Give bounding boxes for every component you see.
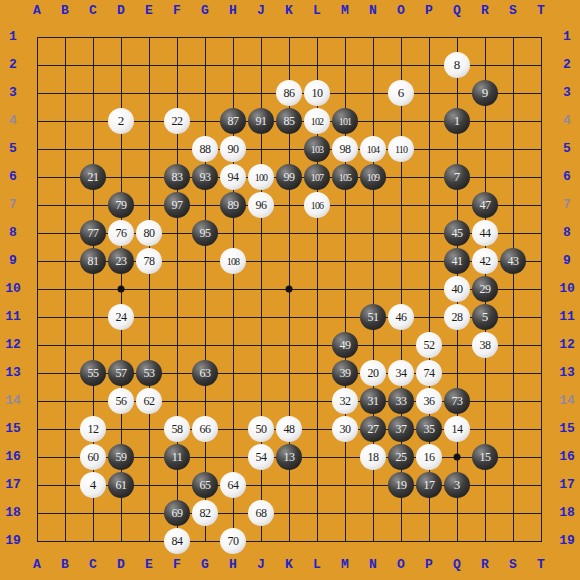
- stone-black-17-P17[interactable]: 17: [416, 472, 442, 498]
- column-label-top-T: T: [529, 3, 553, 19]
- stone-black-107-L6[interactable]: 107: [304, 164, 330, 190]
- column-label-bottom-M: M: [333, 557, 357, 573]
- stone-black-69-F18[interactable]: 69: [164, 500, 190, 526]
- stone-white-74-P13[interactable]: 74: [416, 360, 442, 386]
- column-label-bottom-K: K: [277, 557, 301, 573]
- stone-white-42-R9[interactable]: 42: [472, 248, 498, 274]
- stone-black-13-K16[interactable]: 13: [276, 444, 302, 470]
- stone-white-90-H5[interactable]: 90: [220, 136, 246, 162]
- stone-white-108-H9[interactable]: 108: [220, 248, 246, 274]
- row-label-left-11: 11: [1, 309, 25, 325]
- row-label-right-1: 1: [555, 29, 579, 45]
- grid-line-horizontal: [37, 541, 542, 542]
- stone-white-64-H17[interactable]: 64: [220, 472, 246, 498]
- stone-white-54-J16[interactable]: 54: [248, 444, 274, 470]
- stone-black-49-M12[interactable]: 49: [332, 332, 358, 358]
- stone-white-14-Q15[interactable]: 14: [444, 416, 470, 442]
- stone-black-57-D13[interactable]: 57: [108, 360, 134, 386]
- grid-line-horizontal: [37, 513, 542, 514]
- column-label-bottom-E: E: [137, 557, 161, 573]
- stone-black-97-F7[interactable]: 97: [164, 192, 190, 218]
- column-label-bottom-J: J: [249, 557, 273, 573]
- stone-black-81-C9[interactable]: 81: [80, 248, 106, 274]
- star-point-K10: [286, 286, 293, 293]
- stone-black-29-R10[interactable]: 29: [472, 276, 498, 302]
- stone-white-50-J15[interactable]: 50: [248, 416, 274, 442]
- stone-black-101-M4[interactable]: 101: [332, 108, 358, 134]
- column-label-bottom-R: R: [473, 557, 497, 573]
- row-label-right-18: 18: [555, 505, 579, 521]
- row-label-right-19: 19: [555, 533, 579, 549]
- stone-white-62-E14[interactable]: 62: [136, 388, 162, 414]
- stone-white-4-C17[interactable]: 4: [80, 472, 106, 498]
- stone-white-86-K3[interactable]: 86: [276, 80, 302, 106]
- stone-white-30-M15[interactable]: 30: [332, 416, 358, 442]
- grid-line-vertical: [541, 37, 542, 542]
- stone-black-109-N6[interactable]: 109: [360, 164, 386, 190]
- stone-white-104-N5[interactable]: 104: [360, 136, 386, 162]
- column-label-top-P: P: [417, 3, 441, 19]
- stone-white-60-C16[interactable]: 60: [80, 444, 106, 470]
- column-label-bottom-G: G: [193, 557, 217, 573]
- stone-white-22-F4[interactable]: 22: [164, 108, 190, 134]
- stone-black-25-O16[interactable]: 25: [388, 444, 414, 470]
- column-label-bottom-T: T: [529, 557, 553, 573]
- stone-black-11-F16[interactable]: 11: [164, 444, 190, 470]
- stone-white-70-H19[interactable]: 70: [220, 528, 246, 554]
- stone-white-88-G5[interactable]: 88: [192, 136, 218, 162]
- row-label-left-9: 9: [1, 253, 25, 269]
- stone-white-56-D14[interactable]: 56: [108, 388, 134, 414]
- row-label-left-12: 12: [1, 337, 25, 353]
- column-label-top-L: L: [305, 3, 329, 19]
- stone-white-68-J18[interactable]: 68: [248, 500, 274, 526]
- column-label-bottom-N: N: [361, 557, 385, 573]
- stone-white-66-G15[interactable]: 66: [192, 416, 218, 442]
- column-label-top-R: R: [473, 3, 497, 19]
- stone-black-95-G8[interactable]: 95: [192, 220, 218, 246]
- column-label-top-K: K: [277, 3, 301, 19]
- stone-white-98-M5[interactable]: 98: [332, 136, 358, 162]
- stone-black-79-D7[interactable]: 79: [108, 192, 134, 218]
- row-label-right-2: 2: [555, 57, 579, 73]
- row-label-right-12: 12: [555, 337, 579, 353]
- stone-white-46-O11[interactable]: 46: [388, 304, 414, 330]
- row-label-left-15: 15: [1, 421, 25, 437]
- column-label-bottom-F: F: [165, 557, 189, 573]
- stone-black-21-C6[interactable]: 21: [80, 164, 106, 190]
- stone-white-16-P16[interactable]: 16: [416, 444, 442, 470]
- row-label-right-14: 14: [555, 393, 579, 409]
- row-label-left-17: 17: [1, 477, 25, 493]
- stone-black-39-M13[interactable]: 39: [332, 360, 358, 386]
- stone-white-32-M14[interactable]: 32: [332, 388, 358, 414]
- row-label-left-8: 8: [1, 225, 25, 241]
- stone-black-31-N14[interactable]: 31: [360, 388, 386, 414]
- row-label-left-14: 14: [1, 393, 25, 409]
- stone-white-48-K15[interactable]: 48: [276, 416, 302, 442]
- stone-white-6-O3[interactable]: 6: [388, 80, 414, 106]
- go-board[interactable]: ABCDEFGHJKLMNOPQRST ABCDEFGHJKLMNOPQRST …: [0, 0, 580, 580]
- stone-black-63-G13[interactable]: 63: [192, 360, 218, 386]
- row-label-left-13: 13: [1, 365, 25, 381]
- row-label-right-9: 9: [555, 253, 579, 269]
- stone-white-96-J7[interactable]: 96: [248, 192, 274, 218]
- stone-white-18-N16[interactable]: 18: [360, 444, 386, 470]
- column-label-bottom-P: P: [417, 557, 441, 573]
- star-point-D10: [118, 286, 125, 293]
- row-label-left-2: 2: [1, 57, 25, 73]
- stone-black-27-N15[interactable]: 27: [360, 416, 386, 442]
- stone-white-58-F15[interactable]: 58: [164, 416, 190, 442]
- grid-line-vertical: [513, 37, 514, 542]
- row-label-right-5: 5: [555, 141, 579, 157]
- column-label-top-M: M: [333, 3, 357, 19]
- stone-black-9-R3[interactable]: 9: [472, 80, 498, 106]
- stone-black-1-Q4[interactable]: 1: [444, 108, 470, 134]
- stone-black-87-H4[interactable]: 87: [220, 108, 246, 134]
- stone-white-38-R12[interactable]: 38: [472, 332, 498, 358]
- row-label-left-1: 1: [1, 29, 25, 45]
- column-label-bottom-B: B: [53, 557, 77, 573]
- row-label-right-6: 6: [555, 169, 579, 185]
- stone-black-53-E13[interactable]: 53: [136, 360, 162, 386]
- stone-black-5-R11[interactable]: 5: [472, 304, 498, 330]
- row-label-right-10: 10: [555, 281, 579, 297]
- column-label-bottom-A: A: [25, 557, 49, 573]
- stone-black-77-C8[interactable]: 77: [80, 220, 106, 246]
- stone-white-94-H6[interactable]: 94: [220, 164, 246, 190]
- stone-black-85-K4[interactable]: 85: [276, 108, 302, 134]
- stone-black-35-P15[interactable]: 35: [416, 416, 442, 442]
- stone-white-10-L3[interactable]: 10: [304, 80, 330, 106]
- column-label-bottom-S: S: [501, 557, 525, 573]
- stone-black-43-S9[interactable]: 43: [500, 248, 526, 274]
- stone-white-76-D8[interactable]: 76: [108, 220, 134, 246]
- stone-white-2-D4[interactable]: 2: [108, 108, 134, 134]
- stone-white-12-C15[interactable]: 12: [80, 416, 106, 442]
- stone-black-33-O14[interactable]: 33: [388, 388, 414, 414]
- stone-white-34-O13[interactable]: 34: [388, 360, 414, 386]
- column-label-bottom-D: D: [109, 557, 133, 573]
- stone-white-52-P12[interactable]: 52: [416, 332, 442, 358]
- column-label-bottom-H: H: [221, 557, 245, 573]
- stone-black-83-F6[interactable]: 83: [164, 164, 190, 190]
- row-label-right-17: 17: [555, 477, 579, 493]
- row-label-left-16: 16: [1, 449, 25, 465]
- stone-black-51-N11[interactable]: 51: [360, 304, 386, 330]
- stone-white-8-Q2[interactable]: 8: [444, 52, 470, 78]
- stone-black-19-O17[interactable]: 19: [388, 472, 414, 498]
- row-label-right-16: 16: [555, 449, 579, 465]
- row-label-right-7: 7: [555, 197, 579, 213]
- stone-white-82-G18[interactable]: 82: [192, 500, 218, 526]
- stone-black-59-D16[interactable]: 59: [108, 444, 134, 470]
- row-label-right-11: 11: [555, 309, 579, 325]
- stone-white-84-F19[interactable]: 84: [164, 528, 190, 554]
- stone-black-23-D9[interactable]: 23: [108, 248, 134, 274]
- stone-black-91-J4[interactable]: 91: [248, 108, 274, 134]
- stone-white-36-P14[interactable]: 36: [416, 388, 442, 414]
- column-label-top-F: F: [165, 3, 189, 19]
- stone-black-41-Q9[interactable]: 41: [444, 248, 470, 274]
- stone-white-24-D11[interactable]: 24: [108, 304, 134, 330]
- stone-white-100-J6[interactable]: 100: [248, 164, 274, 190]
- stone-white-78-E9[interactable]: 78: [136, 248, 162, 274]
- row-label-left-3: 3: [1, 85, 25, 101]
- stone-white-102-L4[interactable]: 102: [304, 108, 330, 134]
- row-label-left-19: 19: [1, 533, 25, 549]
- stone-white-40-Q10[interactable]: 40: [444, 276, 470, 302]
- column-label-bottom-Q: Q: [445, 557, 469, 573]
- stone-black-3-Q17[interactable]: 3: [444, 472, 470, 498]
- stone-black-45-Q8[interactable]: 45: [444, 220, 470, 246]
- row-label-left-4: 4: [1, 113, 25, 129]
- row-label-right-13: 13: [555, 365, 579, 381]
- column-label-top-N: N: [361, 3, 385, 19]
- stone-white-44-R8[interactable]: 44: [472, 220, 498, 246]
- column-label-top-Q: Q: [445, 3, 469, 19]
- stone-white-20-N13[interactable]: 20: [360, 360, 386, 386]
- column-label-top-B: B: [53, 3, 77, 19]
- stone-black-7-Q6[interactable]: 7: [444, 164, 470, 190]
- column-label-top-S: S: [501, 3, 525, 19]
- row-label-left-18: 18: [1, 505, 25, 521]
- column-label-top-C: C: [81, 3, 105, 19]
- star-point-Q16: [454, 454, 461, 461]
- row-label-left-5: 5: [1, 141, 25, 157]
- column-label-bottom-L: L: [305, 557, 329, 573]
- grid-line-horizontal: [37, 345, 542, 346]
- stone-black-89-H7[interactable]: 89: [220, 192, 246, 218]
- column-label-bottom-O: O: [389, 557, 413, 573]
- column-label-top-J: J: [249, 3, 273, 19]
- stone-black-47-R7[interactable]: 47: [472, 192, 498, 218]
- column-label-top-G: G: [193, 3, 217, 19]
- stone-black-73-Q14[interactable]: 73: [444, 388, 470, 414]
- column-label-top-O: O: [389, 3, 413, 19]
- stone-white-106-L7[interactable]: 106: [304, 192, 330, 218]
- column-label-top-D: D: [109, 3, 133, 19]
- stone-black-15-R16[interactable]: 15: [472, 444, 498, 470]
- row-label-right-4: 4: [555, 113, 579, 129]
- stone-white-28-Q11[interactable]: 28: [444, 304, 470, 330]
- stone-black-65-G17[interactable]: 65: [192, 472, 218, 498]
- column-label-top-H: H: [221, 3, 245, 19]
- row-label-right-8: 8: [555, 225, 579, 241]
- row-label-left-10: 10: [1, 281, 25, 297]
- column-label-top-A: A: [25, 3, 49, 19]
- stone-white-80-E8[interactable]: 80: [136, 220, 162, 246]
- stone-black-99-K6[interactable]: 99: [276, 164, 302, 190]
- stone-black-55-C13[interactable]: 55: [80, 360, 106, 386]
- stone-white-110-O5[interactable]: 110: [388, 136, 414, 162]
- row-label-left-7: 7: [1, 197, 25, 213]
- stone-black-105-M6[interactable]: 105: [332, 164, 358, 190]
- row-label-right-3: 3: [555, 85, 579, 101]
- stone-black-103-L5[interactable]: 103: [304, 136, 330, 162]
- stone-black-37-O15[interactable]: 37: [388, 416, 414, 442]
- column-label-top-E: E: [137, 3, 161, 19]
- stone-black-93-G6[interactable]: 93: [192, 164, 218, 190]
- stone-black-61-D17[interactable]: 61: [108, 472, 134, 498]
- row-label-left-6: 6: [1, 169, 25, 185]
- column-label-bottom-C: C: [81, 557, 105, 573]
- row-label-right-15: 15: [555, 421, 579, 437]
